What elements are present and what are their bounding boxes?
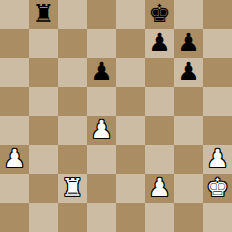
square-c2[interactable]: ♜ (58, 174, 87, 203)
square-a6[interactable] (0, 58, 29, 87)
square-b3[interactable] (29, 145, 58, 174)
square-g1[interactable] (174, 203, 203, 232)
square-h1[interactable] (203, 203, 232, 232)
square-c6[interactable] (58, 58, 87, 87)
square-h8[interactable] (203, 0, 232, 29)
square-g2[interactable] (174, 174, 203, 203)
white-pawn[interactable]: ♟ (90, 116, 112, 144)
square-g4[interactable] (174, 116, 203, 145)
square-b2[interactable] (29, 174, 58, 203)
square-f2[interactable]: ♟ (145, 174, 174, 203)
square-b5[interactable] (29, 87, 58, 116)
white-rook[interactable]: ♜ (61, 174, 83, 202)
square-d7[interactable] (87, 29, 116, 58)
white-pawn[interactable]: ♟ (3, 145, 25, 173)
black-pawn[interactable]: ♟ (90, 58, 112, 86)
square-b6[interactable] (29, 58, 58, 87)
square-a1[interactable] (0, 203, 29, 232)
square-d2[interactable] (87, 174, 116, 203)
square-d3[interactable] (87, 145, 116, 174)
white-pawn[interactable]: ♟ (148, 174, 170, 202)
square-h5[interactable] (203, 87, 232, 116)
square-g8[interactable] (174, 0, 203, 29)
square-a4[interactable] (0, 116, 29, 145)
square-h3[interactable]: ♟ (203, 145, 232, 174)
black-pawn[interactable]: ♟ (177, 29, 199, 57)
square-c8[interactable] (58, 0, 87, 29)
square-c7[interactable] (58, 29, 87, 58)
square-b7[interactable] (29, 29, 58, 58)
square-e8[interactable] (116, 0, 145, 29)
square-f3[interactable] (145, 145, 174, 174)
square-a2[interactable] (0, 174, 29, 203)
black-pawn[interactable]: ♟ (177, 58, 199, 86)
black-king[interactable]: ♚ (148, 0, 170, 28)
square-e4[interactable] (116, 116, 145, 145)
square-g5[interactable] (174, 87, 203, 116)
square-c5[interactable] (58, 87, 87, 116)
square-b8[interactable]: ♜ (29, 0, 58, 29)
square-f6[interactable] (145, 58, 174, 87)
square-d4[interactable]: ♟ (87, 116, 116, 145)
square-g7[interactable]: ♟ (174, 29, 203, 58)
square-e3[interactable] (116, 145, 145, 174)
square-f1[interactable] (145, 203, 174, 232)
square-b1[interactable] (29, 203, 58, 232)
square-b4[interactable] (29, 116, 58, 145)
black-pawn[interactable]: ♟ (148, 29, 170, 57)
square-h4[interactable] (203, 116, 232, 145)
chessboard: ♜♚♟♟♟♟♟♟♟♜♟♚ (0, 0, 232, 232)
square-a5[interactable] (0, 87, 29, 116)
square-c3[interactable] (58, 145, 87, 174)
square-d8[interactable] (87, 0, 116, 29)
square-d6[interactable]: ♟ (87, 58, 116, 87)
square-f5[interactable] (145, 87, 174, 116)
square-d1[interactable] (87, 203, 116, 232)
square-e5[interactable] (116, 87, 145, 116)
square-h2[interactable]: ♚ (203, 174, 232, 203)
square-d5[interactable] (87, 87, 116, 116)
square-h7[interactable] (203, 29, 232, 58)
square-e7[interactable] (116, 29, 145, 58)
square-g3[interactable] (174, 145, 203, 174)
black-rook[interactable]: ♜ (32, 0, 54, 28)
square-a3[interactable]: ♟ (0, 145, 29, 174)
square-f4[interactable] (145, 116, 174, 145)
white-king[interactable]: ♚ (206, 174, 228, 202)
square-c4[interactable] (58, 116, 87, 145)
square-e2[interactable] (116, 174, 145, 203)
square-a7[interactable] (0, 29, 29, 58)
square-e1[interactable] (116, 203, 145, 232)
square-f7[interactable]: ♟ (145, 29, 174, 58)
square-e6[interactable] (116, 58, 145, 87)
square-g6[interactable]: ♟ (174, 58, 203, 87)
white-pawn[interactable]: ♟ (206, 145, 228, 173)
square-f8[interactable]: ♚ (145, 0, 174, 29)
square-a8[interactable] (0, 0, 29, 29)
square-c1[interactable] (58, 203, 87, 232)
square-h6[interactable] (203, 58, 232, 87)
